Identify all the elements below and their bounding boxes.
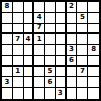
sudoku-cell-empty-r5c5[interactable]	[45, 45, 56, 56]
sudoku-cell-empty-r1c4[interactable]	[34, 2, 45, 13]
sudoku-cell-empty-r5c2[interactable]	[13, 45, 24, 56]
sudoku-cell-empty-r7c4[interactable]	[34, 67, 45, 78]
sudoku-cell-empty-r5c1[interactable]	[2, 45, 13, 56]
sudoku-cell-empty-r6c5[interactable]	[45, 56, 56, 67]
sudoku-cell-empty-r3c2[interactable]	[13, 24, 24, 35]
sudoku-cell-empty-r9c3[interactable]	[24, 88, 35, 99]
sudoku-cell-given-r7c5: 5	[45, 67, 56, 78]
sudoku-cell-given-r2c4: 4	[34, 13, 45, 24]
sudoku-cell-empty-r6c4[interactable]	[34, 56, 45, 67]
sudoku-cell-empty-r3c8[interactable]	[77, 24, 88, 35]
sudoku-cell-empty-r1c5[interactable]	[45, 2, 56, 13]
sudoku-cell-empty-r3c9[interactable]	[88, 24, 99, 35]
sudoku-cell-given-r7c8: 7	[77, 67, 88, 78]
sudoku-cell-empty-r2c6[interactable]	[56, 13, 67, 24]
sudoku-cell-empty-r7c3[interactable]	[24, 67, 35, 78]
sudoku-cell-empty-r6c2[interactable]	[13, 56, 24, 67]
sudoku-cell-empty-r4c8[interactable]	[77, 34, 88, 45]
sudoku-cell-given-r5c9: 8	[88, 45, 99, 56]
sudoku-cell-empty-r1c6[interactable]	[56, 2, 67, 13]
sudoku-cell-empty-r9c9[interactable]	[88, 88, 99, 99]
sudoku-cell-given-r1c7: 2	[67, 2, 78, 13]
sudoku-cell-given-r4c2: 7	[13, 34, 24, 45]
sudoku-cell-empty-r3c7[interactable]	[67, 24, 78, 35]
sudoku-cell-empty-r7c9[interactable]	[88, 67, 99, 78]
sudoku-cell-empty-r5c6[interactable]	[56, 45, 67, 56]
sudoku-board: 82457741386157363	[0, 0, 101, 101]
sudoku-cell-empty-r6c3[interactable]	[24, 56, 35, 67]
sudoku-cell-given-r3c4: 7	[34, 24, 45, 35]
sudoku-cell-empty-r6c8[interactable]	[77, 56, 88, 67]
sudoku-cell-empty-r8c6[interactable]	[56, 77, 67, 88]
sudoku-cell-empty-r2c7[interactable]	[67, 13, 78, 24]
sudoku-cell-empty-r3c5[interactable]	[45, 24, 56, 35]
sudoku-cell-empty-r1c8[interactable]	[77, 2, 88, 13]
sudoku-cell-empty-r9c4[interactable]	[34, 88, 45, 99]
sudoku-cell-empty-r3c3[interactable]	[24, 24, 35, 35]
sudoku-cell-empty-r8c8[interactable]	[77, 77, 88, 88]
sudoku-cell-empty-r1c3[interactable]	[24, 2, 35, 13]
sudoku-cell-given-r8c5: 6	[45, 77, 56, 88]
sudoku-cell-empty-r9c2[interactable]	[13, 88, 24, 99]
sudoku-cell-empty-r4c1[interactable]	[2, 34, 13, 45]
sudoku-cell-empty-r5c4[interactable]	[34, 45, 45, 56]
sudoku-cell-empty-r2c1[interactable]	[2, 13, 13, 24]
sudoku-cell-empty-r7c6[interactable]	[56, 67, 67, 78]
sudoku-cell-empty-r2c5[interactable]	[45, 13, 56, 24]
sudoku-cell-empty-r8c9[interactable]	[88, 77, 99, 88]
sudoku-cell-given-r2c8: 5	[77, 13, 88, 24]
sudoku-cell-given-r8c1: 3	[2, 77, 13, 88]
sudoku-cell-empty-r8c2[interactable]	[13, 77, 24, 88]
sudoku-cell-empty-r9c1[interactable]	[2, 88, 13, 99]
sudoku-cell-empty-r3c1[interactable]	[2, 24, 13, 35]
sudoku-cell-given-r9c6: 3	[56, 88, 67, 99]
sudoku-cell-empty-r5c3[interactable]	[24, 45, 35, 56]
sudoku-cell-given-r6c7: 6	[67, 56, 78, 67]
sudoku-cell-given-r1c1: 8	[2, 2, 13, 13]
sudoku-cell-empty-r1c2[interactable]	[13, 2, 24, 13]
sudoku-cell-empty-r4c7[interactable]	[67, 34, 78, 45]
sudoku-cell-empty-r8c4[interactable]	[34, 77, 45, 88]
sudoku-cell-empty-r6c1[interactable]	[2, 56, 13, 67]
sudoku-cell-given-r4c4: 1	[34, 34, 45, 45]
sudoku-cell-empty-r9c5[interactable]	[45, 88, 56, 99]
sudoku-cell-given-r5c7: 3	[67, 45, 78, 56]
sudoku-cell-empty-r2c2[interactable]	[13, 13, 24, 24]
sudoku-cell-empty-r9c7[interactable]	[67, 88, 78, 99]
sudoku-cell-empty-r3c6[interactable]	[56, 24, 67, 35]
sudoku-cell-empty-r5c8[interactable]	[77, 45, 88, 56]
sudoku-cell-empty-r8c3[interactable]	[24, 77, 35, 88]
sudoku-cell-given-r4c3: 4	[24, 34, 35, 45]
sudoku-cell-empty-r4c5[interactable]	[45, 34, 56, 45]
sudoku-cell-empty-r2c9[interactable]	[88, 13, 99, 24]
sudoku-cell-empty-r4c9[interactable]	[88, 34, 99, 45]
sudoku-cell-empty-r2c3[interactable]	[24, 13, 35, 24]
sudoku-cell-empty-r6c9[interactable]	[88, 56, 99, 67]
sudoku-cell-empty-r7c1[interactable]	[2, 67, 13, 78]
sudoku-cell-empty-r8c7[interactable]	[67, 77, 78, 88]
sudoku-cell-given-r7c2: 1	[13, 67, 24, 78]
sudoku-cell-empty-r7c7[interactable]	[67, 67, 78, 78]
sudoku-cell-empty-r9c8[interactable]	[77, 88, 88, 99]
sudoku-cell-empty-r1c9[interactable]	[88, 2, 99, 13]
sudoku-cell-empty-r4c6[interactable]	[56, 34, 67, 45]
sudoku-cell-empty-r6c6[interactable]	[56, 56, 67, 67]
